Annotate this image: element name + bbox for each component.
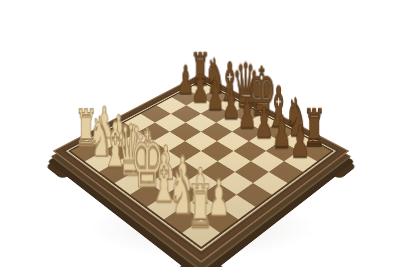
scene: ♜♞♝♛♚♝♞♜♟♟♟♟♟♟♟♟♟♟♟♟♟♟♟♟♜♞♝♛♚♝♞♜ <box>0 0 400 267</box>
product-photo: ♜♞♝♛♚♝♞♜♟♟♟♟♟♟♟♟♟♟♟♟♟♟♟♟♜♞♝♛♚♝♞♜ <box>0 0 400 267</box>
chess-board-grid: ♜♞♝♛♚♝♞♜♟♟♟♟♟♟♟♟♟♟♟♟♟♟♟♟♜♞♝♛♚♝♞♜ <box>71 82 331 247</box>
white-rook: ♜ <box>176 177 224 237</box>
black-pawn: ♟ <box>279 120 321 165</box>
chessboard: ♜♞♝♛♚♝♞♜♟♟♟♟♟♟♟♟♟♟♟♟♟♟♟♟♜♞♝♛♚♝♞♜ <box>53 74 350 264</box>
